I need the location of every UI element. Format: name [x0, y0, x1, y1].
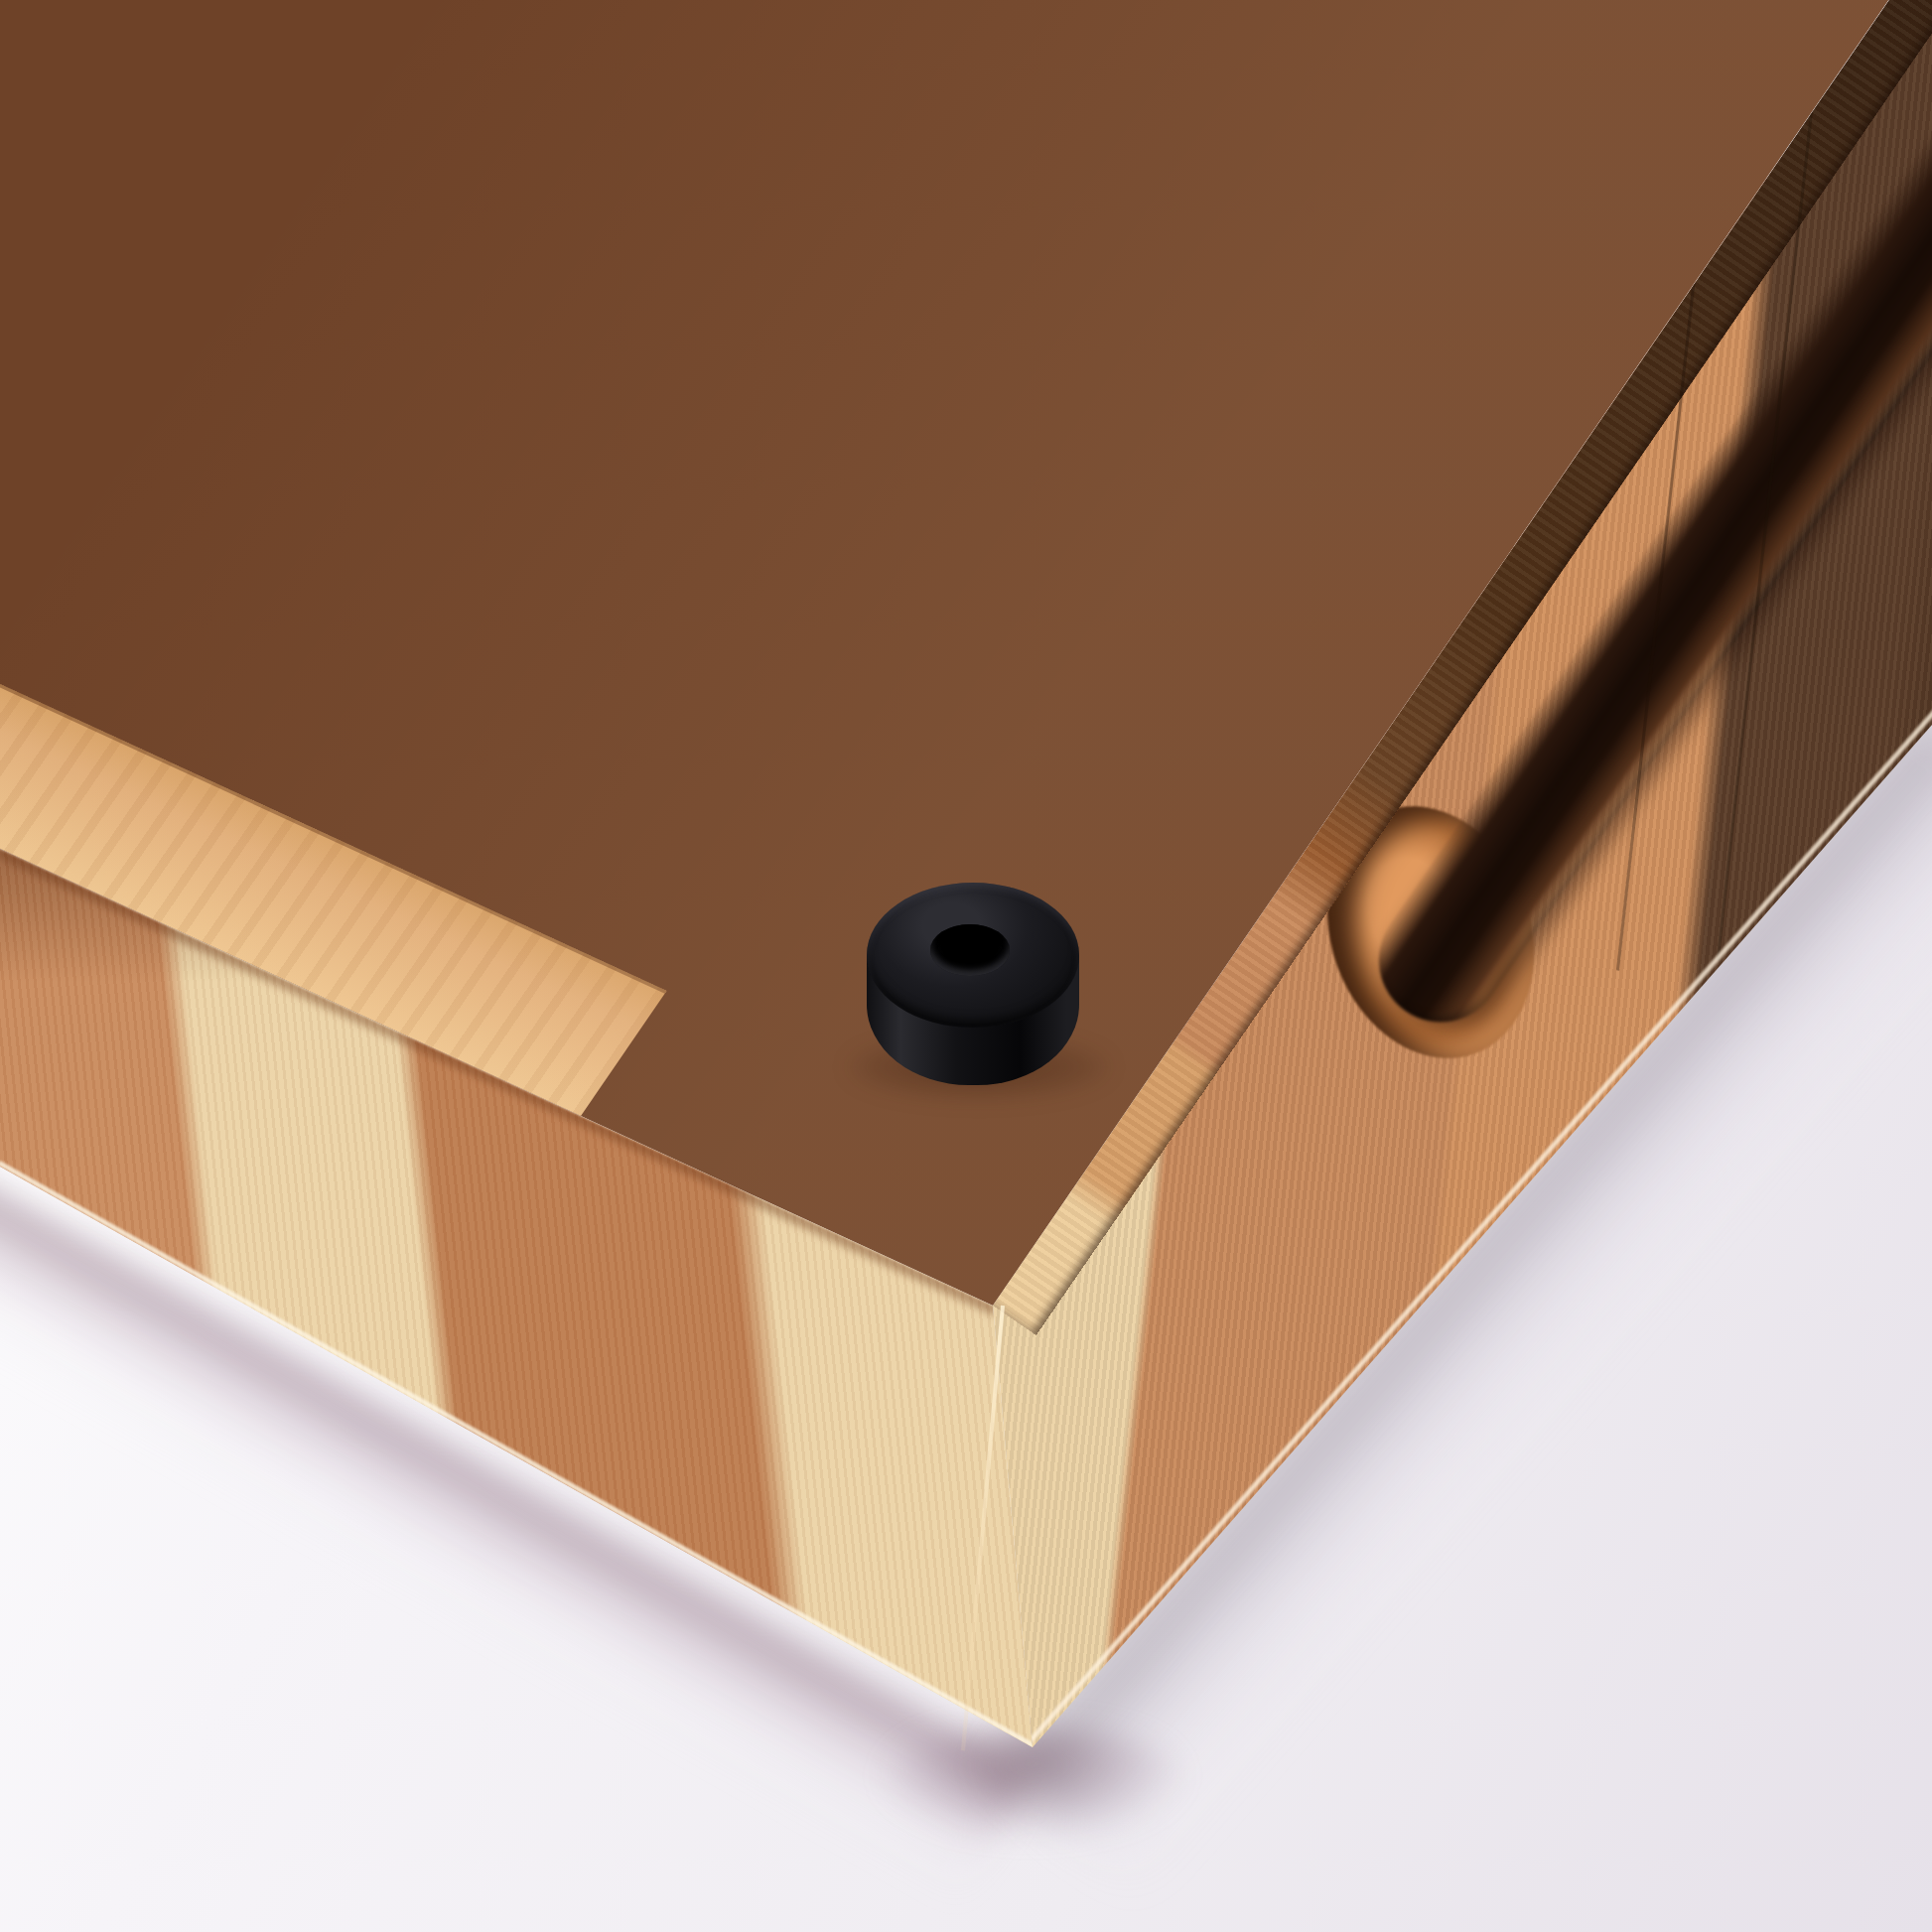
rubber-foot-hole [930, 924, 1010, 976]
product-photo [0, 0, 1932, 1932]
